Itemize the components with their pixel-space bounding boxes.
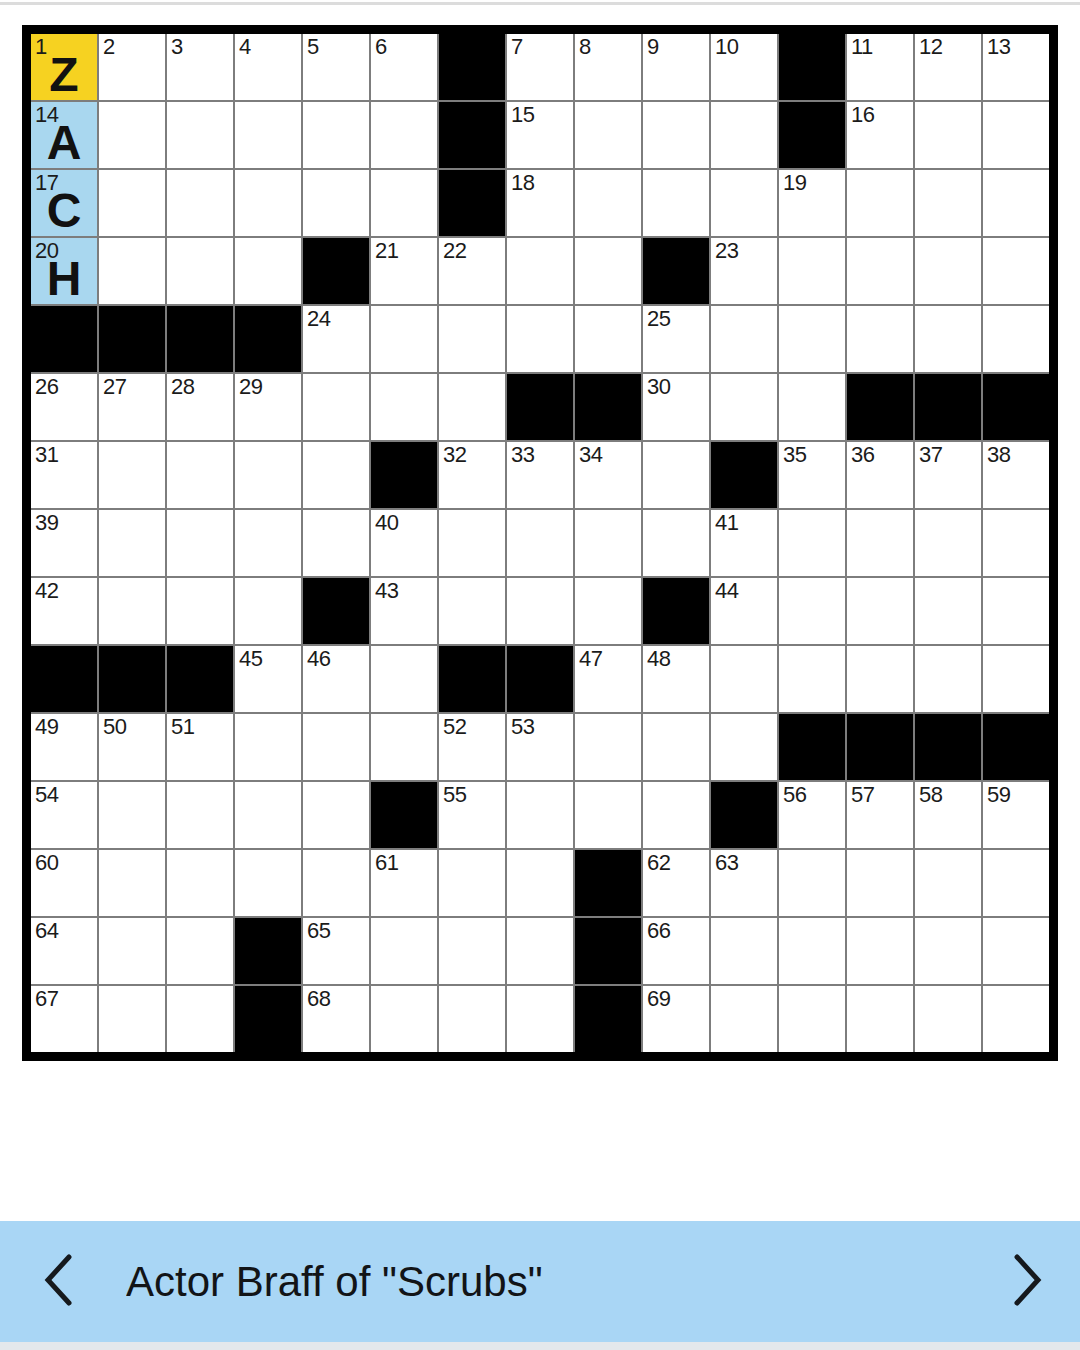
cell-r3c13[interactable] (847, 170, 913, 236)
cell-r5c9[interactable] (575, 306, 641, 372)
cell-r4c15[interactable] (983, 238, 1049, 304)
cell-r15c2[interactable] (99, 986, 165, 1052)
cell-r9c4[interactable] (235, 578, 301, 644)
cell-r1c9[interactable]: 8 (575, 34, 641, 100)
clue-number: 12 (919, 35, 942, 59)
clue-number: 58 (919, 783, 942, 807)
cell-r9c7[interactable] (439, 578, 505, 644)
cell-r13c5[interactable] (303, 850, 369, 916)
cell-r1c13[interactable]: 11 (847, 34, 913, 100)
cell-r12c8[interactable] (507, 782, 573, 848)
cell-r14c5[interactable]: 65 (303, 918, 369, 984)
clue-number: 62 (647, 851, 670, 875)
cell-r14c12[interactable] (779, 918, 845, 984)
cell-r5c13[interactable] (847, 306, 913, 372)
clue-number: 4 (239, 35, 251, 59)
cell-r12c3[interactable] (167, 782, 233, 848)
clue-number: 29 (239, 375, 262, 399)
cell-r10c12[interactable] (779, 646, 845, 712)
cell-r2c10[interactable] (643, 102, 709, 168)
cell-r14c13[interactable] (847, 918, 913, 984)
cell-r12c10[interactable] (643, 782, 709, 848)
cell-r9c6[interactable]: 43 (371, 578, 437, 644)
clue-number: 28 (171, 375, 194, 399)
cell-r9c9[interactable] (575, 578, 641, 644)
clue-number: 2 (103, 35, 115, 59)
cell-r4c3[interactable] (167, 238, 233, 304)
clue-number: 37 (919, 443, 942, 467)
cell-r15c6[interactable] (371, 986, 437, 1052)
cell-r2c9[interactable] (575, 102, 641, 168)
cell-r1c11[interactable]: 10 (711, 34, 777, 100)
cell-r11c10[interactable] (643, 714, 709, 780)
cell-r5c15[interactable] (983, 306, 1049, 372)
black-square-r12c6 (371, 782, 437, 848)
black-square-r6c8 (507, 374, 573, 440)
clue-number: 27 (103, 375, 126, 399)
black-square-r12c11 (711, 782, 777, 848)
clue-number: 68 (307, 987, 330, 1011)
clue-number: 57 (851, 783, 874, 807)
cell-r13c15[interactable] (983, 850, 1049, 916)
cell-r1c8[interactable]: 7 (507, 34, 573, 100)
cell-r9c2[interactable] (99, 578, 165, 644)
cell-r8c7[interactable] (439, 510, 505, 576)
cell-r14c15[interactable] (983, 918, 1049, 984)
clue-number: 61 (375, 851, 398, 875)
cell-r4c12[interactable] (779, 238, 845, 304)
cell-r2c1[interactable]: 14A (31, 102, 97, 168)
cell-r8c3[interactable] (167, 510, 233, 576)
clue-number: 60 (35, 851, 58, 875)
cell-r11c4[interactable] (235, 714, 301, 780)
cell-r13c7[interactable] (439, 850, 505, 916)
cell-r8c13[interactable] (847, 510, 913, 576)
black-square-r5c1 (31, 306, 97, 372)
clue-number: 45 (239, 647, 262, 671)
black-square-r10c1 (31, 646, 97, 712)
cell-r7c15[interactable]: 38 (983, 442, 1049, 508)
cell-r4c2[interactable] (99, 238, 165, 304)
black-square-r4c5 (303, 238, 369, 304)
cell-r2c3[interactable] (167, 102, 233, 168)
clue-number: 53 (511, 715, 534, 739)
cell-r11c9[interactable] (575, 714, 641, 780)
cell-r3c15[interactable] (983, 170, 1049, 236)
clue-number: 56 (783, 783, 806, 807)
black-square-r3c7 (439, 170, 505, 236)
cell-r15c10[interactable]: 69 (643, 986, 709, 1052)
cell-r15c14[interactable] (915, 986, 981, 1052)
black-square-r10c7 (439, 646, 505, 712)
clue-number: 25 (647, 307, 670, 331)
cell-r8c8[interactable] (507, 510, 573, 576)
cell-r11c1[interactable]: 49 (31, 714, 97, 780)
cell-r7c3[interactable] (167, 442, 233, 508)
cell-r5c5[interactable]: 24 (303, 306, 369, 372)
next-clue-button[interactable] (1008, 1252, 1048, 1312)
clue-number: 49 (35, 715, 58, 739)
clue-number: 34 (579, 443, 602, 467)
cell-r15c15[interactable] (983, 986, 1049, 1052)
cell-r4c13[interactable] (847, 238, 913, 304)
clue-number: 7 (511, 35, 523, 59)
black-square-r9c10 (643, 578, 709, 644)
cell-r9c15[interactable] (983, 578, 1049, 644)
cell-r9c11[interactable]: 44 (711, 578, 777, 644)
cell-r4c7[interactable]: 22 (439, 238, 505, 304)
cell-r4c8[interactable] (507, 238, 573, 304)
clue-number: 10 (715, 35, 738, 59)
clue-number: 64 (35, 919, 58, 943)
cell-r7c1[interactable]: 31 (31, 442, 97, 508)
clue-number: 50 (103, 715, 126, 739)
cell-r3c1[interactable]: 17C (31, 170, 97, 236)
clue-number: 16 (851, 103, 874, 127)
clue-number: 43 (375, 579, 398, 603)
clue-number: 41 (715, 511, 738, 535)
cell-r14c8[interactable] (507, 918, 573, 984)
cell-r12c13[interactable]: 57 (847, 782, 913, 848)
cell-r5c8[interactable] (507, 306, 573, 372)
clue-number: 23 (715, 239, 738, 263)
clue-number: 36 (851, 443, 874, 467)
black-square-r6c14 (915, 374, 981, 440)
cell-r2c6[interactable] (371, 102, 437, 168)
black-square-r5c4 (235, 306, 301, 372)
cell-r2c8[interactable]: 15 (507, 102, 573, 168)
cell-r10c5[interactable]: 46 (303, 646, 369, 712)
cell-r4c9[interactable] (575, 238, 641, 304)
cell-r6c10[interactable]: 30 (643, 374, 709, 440)
cell-r14c3[interactable] (167, 918, 233, 984)
cell-r8c1[interactable]: 39 (31, 510, 97, 576)
clue-number: 46 (307, 647, 330, 671)
black-square-r1c12 (779, 34, 845, 100)
cell-r14c11[interactable] (711, 918, 777, 984)
cell-r2c14[interactable] (915, 102, 981, 168)
cell-r10c15[interactable] (983, 646, 1049, 712)
black-square-r11c12 (779, 714, 845, 780)
cell-r11c2[interactable]: 50 (99, 714, 165, 780)
cell-r13c14[interactable] (915, 850, 981, 916)
clue-number: 67 (35, 987, 58, 1011)
cell-r8c2[interactable] (99, 510, 165, 576)
black-square-r13c9 (575, 850, 641, 916)
cell-r13c4[interactable] (235, 850, 301, 916)
top-divider (0, 2, 1080, 5)
cell-r1c2[interactable]: 2 (99, 34, 165, 100)
cell-r14c1[interactable]: 64 (31, 918, 97, 984)
clue-number: 11 (851, 35, 873, 59)
cell-r1c14[interactable]: 12 (915, 34, 981, 100)
cell-r3c3[interactable] (167, 170, 233, 236)
cell-r5c14[interactable] (915, 306, 981, 372)
cell-r8c9[interactable] (575, 510, 641, 576)
clue-number: 63 (715, 851, 738, 875)
clue-number: 33 (511, 443, 534, 467)
cell-r10c6[interactable] (371, 646, 437, 712)
cell-r5c11[interactable] (711, 306, 777, 372)
cell-r14c10[interactable]: 66 (643, 918, 709, 984)
clue-number: 42 (35, 579, 58, 603)
black-square-r15c4 (235, 986, 301, 1052)
clue-number: 15 (511, 103, 534, 127)
cell-r13c6[interactable]: 61 (371, 850, 437, 916)
cell-r3c10[interactable] (643, 170, 709, 236)
cell-r8c11[interactable]: 41 (711, 510, 777, 576)
clue-number: 59 (987, 783, 1010, 807)
cell-r9c13[interactable] (847, 578, 913, 644)
cell-r2c13[interactable]: 16 (847, 102, 913, 168)
cell-r11c3[interactable]: 51 (167, 714, 233, 780)
cell-r8c14[interactable] (915, 510, 981, 576)
black-square-r4c10 (643, 238, 709, 304)
cell-r1c15[interactable]: 13 (983, 34, 1049, 100)
cell-r3c9[interactable] (575, 170, 641, 236)
cell-r11c5[interactable] (303, 714, 369, 780)
cell-r12c9[interactable] (575, 782, 641, 848)
cell-r4c4[interactable] (235, 238, 301, 304)
cell-r1c6[interactable]: 6 (371, 34, 437, 100)
cell-r8c4[interactable] (235, 510, 301, 576)
clue-number: 35 (783, 443, 806, 467)
cell-r3c8[interactable]: 18 (507, 170, 573, 236)
cell-r15c3[interactable] (167, 986, 233, 1052)
cell-r7c9[interactable]: 34 (575, 442, 641, 508)
cell-r1c5[interactable]: 5 (303, 34, 369, 100)
cell-r4c14[interactable] (915, 238, 981, 304)
black-square-r6c15 (983, 374, 1049, 440)
cell-r10c10[interactable]: 48 (643, 646, 709, 712)
cell-r14c7[interactable] (439, 918, 505, 984)
clue-number: 26 (35, 375, 58, 399)
cell-r6c11[interactable] (711, 374, 777, 440)
cell-letter: C (31, 187, 97, 235)
clue-number: 65 (307, 919, 330, 943)
crossword-board: 1Z234567891011121314A151617C181920H21222… (22, 25, 1058, 1061)
crossword-grid: 1Z234567891011121314A151617C181920H21222… (31, 34, 1049, 1052)
cell-r7c13[interactable]: 36 (847, 442, 913, 508)
cell-r15c12[interactable] (779, 986, 845, 1052)
cell-r14c6[interactable] (371, 918, 437, 984)
cell-r6c1[interactable]: 26 (31, 374, 97, 440)
cell-r10c11[interactable] (711, 646, 777, 712)
cell-r15c13[interactable] (847, 986, 913, 1052)
cell-r8c10[interactable] (643, 510, 709, 576)
cell-r1c3[interactable]: 3 (167, 34, 233, 100)
cell-r5c6[interactable] (371, 306, 437, 372)
black-square-r10c8 (507, 646, 573, 712)
cell-r3c6[interactable] (371, 170, 437, 236)
cell-r14c14[interactable] (915, 918, 981, 984)
cell-r4c11[interactable]: 23 (711, 238, 777, 304)
cell-r12c15[interactable]: 59 (983, 782, 1049, 848)
clue-number: 69 (647, 987, 670, 1011)
clue-number: 47 (579, 647, 602, 671)
cell-r3c4[interactable] (235, 170, 301, 236)
cell-letter: A (31, 119, 97, 167)
cell-r3c14[interactable] (915, 170, 981, 236)
cell-r11c6[interactable] (371, 714, 437, 780)
black-square-r9c5 (303, 578, 369, 644)
clue-number: 39 (35, 511, 58, 535)
cell-r12c14[interactable]: 58 (915, 782, 981, 848)
cell-r13c13[interactable] (847, 850, 913, 916)
black-square-r14c9 (575, 918, 641, 984)
cell-r2c2[interactable] (99, 102, 165, 168)
cell-r15c7[interactable] (439, 986, 505, 1052)
cell-r9c3[interactable] (167, 578, 233, 644)
cell-r15c8[interactable] (507, 986, 573, 1052)
cell-r9c12[interactable] (779, 578, 845, 644)
cell-r7c7[interactable]: 32 (439, 442, 505, 508)
cell-r2c5[interactable] (303, 102, 369, 168)
cell-r12c2[interactable] (99, 782, 165, 848)
black-square-r5c3 (167, 306, 233, 372)
clue-number: 13 (987, 35, 1010, 59)
clue-number: 9 (647, 35, 659, 59)
cell-letter: H (31, 255, 97, 303)
cell-r6c3[interactable]: 28 (167, 374, 233, 440)
black-square-r10c3 (167, 646, 233, 712)
cell-r12c12[interactable]: 56 (779, 782, 845, 848)
black-square-r2c7 (439, 102, 505, 168)
cell-r8c15[interactable] (983, 510, 1049, 576)
cell-r11c8[interactable]: 53 (507, 714, 573, 780)
cell-r7c12[interactable]: 35 (779, 442, 845, 508)
cell-r10c13[interactable] (847, 646, 913, 712)
cell-r13c10[interactable]: 62 (643, 850, 709, 916)
cell-r15c1[interactable]: 67 (31, 986, 97, 1052)
cell-r6c4[interactable]: 29 (235, 374, 301, 440)
cell-r9c1[interactable]: 42 (31, 578, 97, 644)
clue-number: 66 (647, 919, 670, 943)
chevron-left-icon (41, 1252, 75, 1312)
cell-r13c2[interactable] (99, 850, 165, 916)
cell-r9c14[interactable] (915, 578, 981, 644)
cell-r13c12[interactable] (779, 850, 845, 916)
black-square-r1c7 (439, 34, 505, 100)
cell-r10c14[interactable] (915, 646, 981, 712)
cell-r1c1[interactable]: 1Z (31, 34, 97, 100)
black-square-r6c9 (575, 374, 641, 440)
cell-r6c12[interactable] (779, 374, 845, 440)
clue-number: 48 (647, 647, 670, 671)
cell-r2c4[interactable] (235, 102, 301, 168)
cell-r5c7[interactable] (439, 306, 505, 372)
clue-number: 18 (511, 171, 534, 195)
cell-r2c11[interactable] (711, 102, 777, 168)
cell-r8c5[interactable] (303, 510, 369, 576)
cell-r5c10[interactable]: 25 (643, 306, 709, 372)
black-square-r6c13 (847, 374, 913, 440)
cell-r8c12[interactable] (779, 510, 845, 576)
clue-number: 31 (35, 443, 58, 467)
clue-number: 51 (171, 715, 194, 739)
black-square-r15c9 (575, 986, 641, 1052)
black-square-r7c11 (711, 442, 777, 508)
clue-number: 55 (443, 783, 466, 807)
clue-number: 22 (443, 239, 466, 263)
cell-r3c11[interactable] (711, 170, 777, 236)
black-square-r14c4 (235, 918, 301, 984)
clue-number: 6 (375, 35, 387, 59)
cell-r2c15[interactable] (983, 102, 1049, 168)
clue-number: 30 (647, 375, 670, 399)
cell-r13c3[interactable] (167, 850, 233, 916)
cell-r6c5[interactable] (303, 374, 369, 440)
black-square-r7c6 (371, 442, 437, 508)
clue-number: 3 (171, 35, 183, 59)
clue-number: 5 (307, 35, 319, 59)
black-square-r11c13 (847, 714, 913, 780)
cell-r7c4[interactable] (235, 442, 301, 508)
cell-r11c11[interactable] (711, 714, 777, 780)
cell-r9c8[interactable] (507, 578, 573, 644)
cell-r12c7[interactable]: 55 (439, 782, 505, 848)
cell-r11c7[interactable]: 52 (439, 714, 505, 780)
cell-r1c10[interactable]: 9 (643, 34, 709, 100)
clue-number: 40 (375, 511, 398, 535)
cell-r12c5[interactable] (303, 782, 369, 848)
previous-clue-button[interactable] (38, 1252, 78, 1312)
cell-r4c6[interactable]: 21 (371, 238, 437, 304)
cell-r3c12[interactable]: 19 (779, 170, 845, 236)
cell-r3c5[interactable] (303, 170, 369, 236)
bottom-strip (0, 1342, 1080, 1350)
cell-r15c5[interactable]: 68 (303, 986, 369, 1052)
black-square-r11c15 (983, 714, 1049, 780)
cell-r13c1[interactable]: 60 (31, 850, 97, 916)
cell-r7c2[interactable] (99, 442, 165, 508)
cell-r12c1[interactable]: 54 (31, 782, 97, 848)
black-square-r11c14 (915, 714, 981, 780)
cell-r10c9[interactable]: 47 (575, 646, 641, 712)
cell-r12c4[interactable] (235, 782, 301, 848)
cell-r6c6[interactable] (371, 374, 437, 440)
clue-number: 21 (375, 239, 398, 263)
cell-r7c8[interactable]: 33 (507, 442, 573, 508)
clue-number: 32 (443, 443, 466, 467)
cell-r4c1[interactable]: 20H (31, 238, 97, 304)
cell-r3c2[interactable] (99, 170, 165, 236)
cell-r6c2[interactable]: 27 (99, 374, 165, 440)
cell-r1c4[interactable]: 4 (235, 34, 301, 100)
cell-r15c11[interactable] (711, 986, 777, 1052)
clue-bar: Actor Braff of "Scrubs" (0, 1221, 1080, 1342)
clue-number: 38 (987, 443, 1010, 467)
cell-r13c11[interactable]: 63 (711, 850, 777, 916)
clue-number: 24 (307, 307, 330, 331)
cell-r7c5[interactable] (303, 442, 369, 508)
clue-number: 8 (579, 35, 591, 59)
cell-r13c8[interactable] (507, 850, 573, 916)
chevron-right-icon (1011, 1252, 1045, 1312)
cell-r5c12[interactable] (779, 306, 845, 372)
cell-r10c4[interactable]: 45 (235, 646, 301, 712)
black-square-r10c2 (99, 646, 165, 712)
black-square-r5c2 (99, 306, 165, 372)
cell-r14c2[interactable] (99, 918, 165, 984)
current-clue-text: Actor Braff of "Scrubs" (126, 1258, 1008, 1306)
cell-r7c14[interactable]: 37 (915, 442, 981, 508)
cell-letter: Z (31, 51, 97, 99)
clue-number: 52 (443, 715, 466, 739)
cell-r6c7[interactable] (439, 374, 505, 440)
cell-r8c6[interactable]: 40 (371, 510, 437, 576)
cell-r7c10[interactable] (643, 442, 709, 508)
